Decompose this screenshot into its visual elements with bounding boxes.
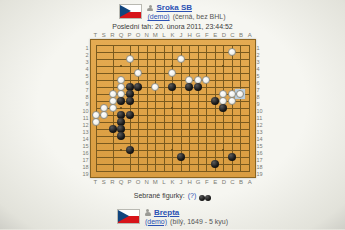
row-label: 16 — [80, 150, 90, 157]
column-label: R — [108, 179, 117, 185]
row-label: 3 — [80, 59, 90, 66]
column-label: P — [125, 179, 134, 185]
row-label: 1 — [256, 45, 266, 52]
row-labels-left: 12345678910111213141516171819 — [80, 45, 90, 172]
row-label: 17 — [256, 157, 266, 164]
column-label: E — [211, 179, 220, 185]
row-label: 5 — [80, 73, 90, 80]
go-game-page: Sroka SB (demo)(černá, bez BHL) Poslední… — [0, 0, 345, 229]
white-stone — [100, 111, 108, 119]
row-label: 16 — [256, 150, 266, 157]
star-point — [120, 107, 122, 109]
top-player-info: (demo)(černá, bez BHL) — [147, 13, 225, 22]
row-labels-right: 12345678910111213141516171819 — [256, 45, 266, 172]
column-label: S — [100, 179, 109, 185]
go-board: TSRQPONMLKJHGFEDCBA 12345678910111213141… — [80, 32, 266, 185]
column-label: J — [177, 179, 186, 185]
column-label: T — [91, 179, 100, 185]
white-stone — [151, 83, 159, 91]
captured-stones-row: Sebrané figurky: (?) — [134, 187, 212, 205]
czech-flag-icon — [117, 209, 140, 224]
column-label: A — [245, 179, 254, 185]
black-stone — [219, 104, 227, 112]
row-label: 14 — [256, 136, 266, 143]
column-label: L — [160, 179, 169, 185]
bottom-last-move-time: Poslední tah: 20. února 2011, 23:40:00 — [112, 228, 233, 230]
row-label: 5 — [256, 73, 266, 80]
row-label: 8 — [80, 94, 90, 101]
row-label: 19 — [256, 171, 266, 178]
black-stone — [126, 146, 134, 154]
row-label: 1 — [80, 45, 90, 52]
row-label: 19 — [80, 171, 90, 178]
black-stone — [117, 97, 125, 105]
column-labels-bottom: TSRQPONMLKJHGFEDCBA — [91, 179, 254, 185]
white-stone — [134, 69, 142, 77]
white-stone — [168, 69, 176, 77]
black-stone — [185, 83, 193, 91]
row-label: 11 — [80, 115, 90, 122]
top-last-move-time: Poslední tah: 20. února 2011, 23:44:52 — [112, 23, 233, 30]
column-label: G — [194, 179, 203, 185]
column-label: B — [237, 179, 246, 185]
captured-help-link[interactable]: (?) — [188, 192, 197, 199]
star-point — [120, 65, 122, 67]
black-stone — [134, 83, 142, 91]
top-player-name-link[interactable]: Sroka SB — [156, 3, 192, 13]
row-label: 3 — [256, 59, 266, 66]
row-label: 7 — [80, 87, 90, 94]
black-stone — [211, 160, 219, 168]
board-grid[interactable] — [96, 45, 250, 172]
row-label: 13 — [256, 129, 266, 136]
row-label: 11 — [256, 115, 266, 122]
white-stone — [177, 55, 185, 63]
row-label: 4 — [256, 66, 266, 73]
board-wood — [90, 39, 256, 178]
bottom-player-block: Brepta (demo)(bílý, 1649 - 5 kyu) Posled… — [112, 208, 233, 229]
bottom-player-info-prefix[interactable]: (demo) — [145, 218, 167, 225]
row-label: 14 — [80, 136, 90, 143]
row-label: 4 — [80, 66, 90, 73]
row-label: 15 — [256, 143, 266, 150]
star-point — [222, 149, 224, 151]
captured-label: Sebrané figurky: — [134, 192, 185, 199]
white-stone — [92, 118, 100, 126]
star-point — [120, 149, 122, 151]
captured-stone-icons — [199, 187, 211, 205]
white-stone — [236, 90, 244, 98]
row-label: 18 — [256, 164, 266, 171]
star-point — [171, 149, 173, 151]
column-label: C — [228, 179, 237, 185]
row-label: 2 — [256, 52, 266, 59]
black-stone — [126, 97, 134, 105]
row-label: 10 — [80, 108, 90, 115]
black-stone — [109, 125, 117, 133]
white-stone — [126, 55, 134, 63]
top-player-info-prefix[interactable]: (demo) — [147, 13, 169, 20]
top-player-block: Sroka SB (demo)(černá, bez BHL) Poslední… — [112, 3, 233, 30]
person-icon — [145, 209, 151, 216]
row-label: 9 — [256, 101, 266, 108]
row-label: 12 — [256, 122, 266, 129]
white-stone — [228, 97, 236, 105]
black-stone — [177, 153, 185, 161]
czech-flag-icon — [119, 4, 142, 19]
star-point — [222, 65, 224, 67]
white-stone — [109, 104, 117, 112]
row-label: 15 — [80, 143, 90, 150]
star-point — [171, 107, 173, 109]
star-point — [171, 65, 173, 67]
black-stone — [228, 153, 236, 161]
black-stone — [211, 97, 219, 105]
row-label: 13 — [80, 129, 90, 136]
bottom-player-name-link[interactable]: Brepta — [154, 208, 179, 218]
person-icon — [147, 5, 153, 12]
black-stone — [168, 83, 176, 91]
black-stone — [126, 111, 134, 119]
black-stone — [117, 132, 125, 140]
column-label: N — [142, 179, 151, 185]
row-label: 9 — [80, 101, 90, 108]
black-stone — [194, 83, 202, 91]
row-label: 10 — [256, 108, 266, 115]
black-stone-icon — [205, 195, 211, 201]
row-label: 18 — [80, 164, 90, 171]
column-label: F — [203, 179, 212, 185]
row-label: 7 — [256, 87, 266, 94]
row-label: 6 — [256, 80, 266, 87]
column-label: M — [151, 179, 160, 185]
column-label: K — [168, 179, 177, 185]
column-label: O — [134, 179, 143, 185]
column-label: D — [220, 179, 229, 185]
white-stone — [228, 48, 236, 56]
bottom-player-info: (demo)(bílý, 1649 - 5 kyu) — [145, 218, 228, 227]
row-label: 17 — [80, 157, 90, 164]
row-label: 8 — [256, 94, 266, 101]
column-label: Q — [117, 179, 126, 185]
row-label: 6 — [80, 80, 90, 87]
row-label: 12 — [80, 122, 90, 129]
row-label: 2 — [80, 52, 90, 59]
column-label: H — [185, 179, 194, 185]
white-stone — [202, 76, 210, 84]
